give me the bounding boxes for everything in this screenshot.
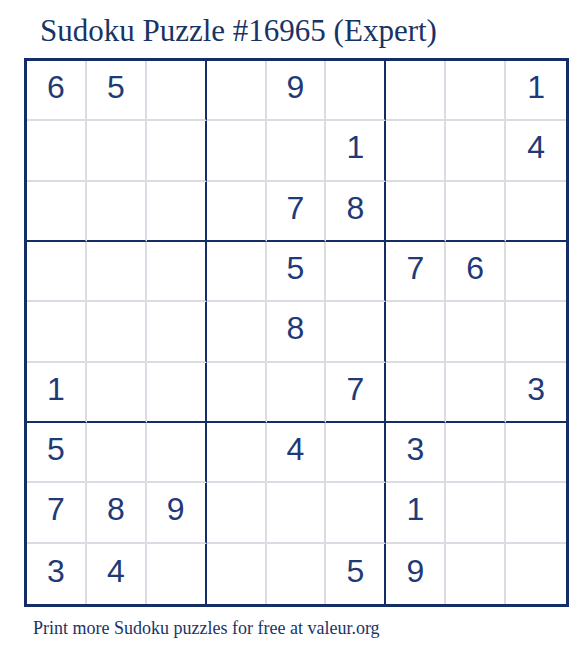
cell-r6c5 [267,363,327,423]
cell-r6c7 [386,363,446,423]
cell-r4c6 [326,242,386,302]
cell-r6c4 [207,363,267,423]
cell-r7c8 [446,423,506,483]
cell-r3c4 [207,182,267,242]
cell-r1c8 [446,61,506,121]
cell-r4c7: 7 [386,242,446,302]
cell-r5c4 [207,302,267,362]
cell-r7c5: 4 [267,423,327,483]
cell-r7c3 [147,423,207,483]
cell-r4c4 [207,242,267,302]
cell-r9c7: 9 [386,544,446,604]
cell-r8c6 [326,483,386,543]
cell-r9c5 [267,544,327,604]
cell-r4c2 [87,242,147,302]
sudoku-print-page: Sudoku Puzzle #16965 (Expert) 6591147857… [0,0,580,651]
cell-r8c1: 7 [27,483,87,543]
cell-r8c7: 1 [386,483,446,543]
cell-r8c3: 9 [147,483,207,543]
cell-r5c6 [326,302,386,362]
cell-r8c9 [506,483,566,543]
cell-r1c2: 5 [87,61,147,121]
cell-r4c8: 6 [446,242,506,302]
cell-r2c6: 1 [326,121,386,181]
cell-r5c1 [27,302,87,362]
cell-r1c7 [386,61,446,121]
cell-r3c5: 7 [267,182,327,242]
cell-r3c8 [446,182,506,242]
cell-r8c8 [446,483,506,543]
cell-r4c5: 5 [267,242,327,302]
cell-r1c4 [207,61,267,121]
cell-r9c9 [506,544,566,604]
cell-r2c4 [207,121,267,181]
cell-r1c6 [326,61,386,121]
cell-r5c5: 8 [267,302,327,362]
cell-r7c9 [506,423,566,483]
cell-r6c9: 3 [506,363,566,423]
cell-r4c3 [147,242,207,302]
cell-r9c8 [446,544,506,604]
cell-r9c3 [147,544,207,604]
cell-r6c6: 7 [326,363,386,423]
cell-r5c9 [506,302,566,362]
cell-r2c1 [27,121,87,181]
sudoku-board: 65911478576817354378913459 [24,58,569,607]
cell-r5c7 [386,302,446,362]
cell-r3c3 [147,182,207,242]
cell-r4c1 [27,242,87,302]
cell-r2c2 [87,121,147,181]
cell-r7c2 [87,423,147,483]
cell-r1c9: 1 [506,61,566,121]
cell-r2c8 [446,121,506,181]
cell-r2c5 [267,121,327,181]
page-title: Sudoku Puzzle #16965 (Expert) [40,13,437,49]
cell-r2c3 [147,121,207,181]
cell-r2c7 [386,121,446,181]
cell-r7c4 [207,423,267,483]
cell-r7c7: 3 [386,423,446,483]
cell-r7c1: 5 [27,423,87,483]
cell-r5c3 [147,302,207,362]
cell-r1c3 [147,61,207,121]
cell-r8c4 [207,483,267,543]
cell-r8c2: 8 [87,483,147,543]
cell-r8c5 [267,483,327,543]
footer-text: Print more Sudoku puzzles for free at va… [33,618,380,639]
cell-r4c9 [506,242,566,302]
cell-r5c8 [446,302,506,362]
cell-r3c6: 8 [326,182,386,242]
cell-r6c3 [147,363,207,423]
cell-r9c1: 3 [27,544,87,604]
cell-r3c2 [87,182,147,242]
cell-r3c9 [506,182,566,242]
cell-r3c1 [27,182,87,242]
cell-r6c1: 1 [27,363,87,423]
cell-r6c8 [446,363,506,423]
cell-r5c2 [87,302,147,362]
cell-r9c4 [207,544,267,604]
cell-r6c2 [87,363,147,423]
cell-r2c9: 4 [506,121,566,181]
cell-r1c1: 6 [27,61,87,121]
cell-r7c6 [326,423,386,483]
cell-r1c5: 9 [267,61,327,121]
cell-r3c7 [386,182,446,242]
cell-r9c6: 5 [326,544,386,604]
cell-r9c2: 4 [87,544,147,604]
